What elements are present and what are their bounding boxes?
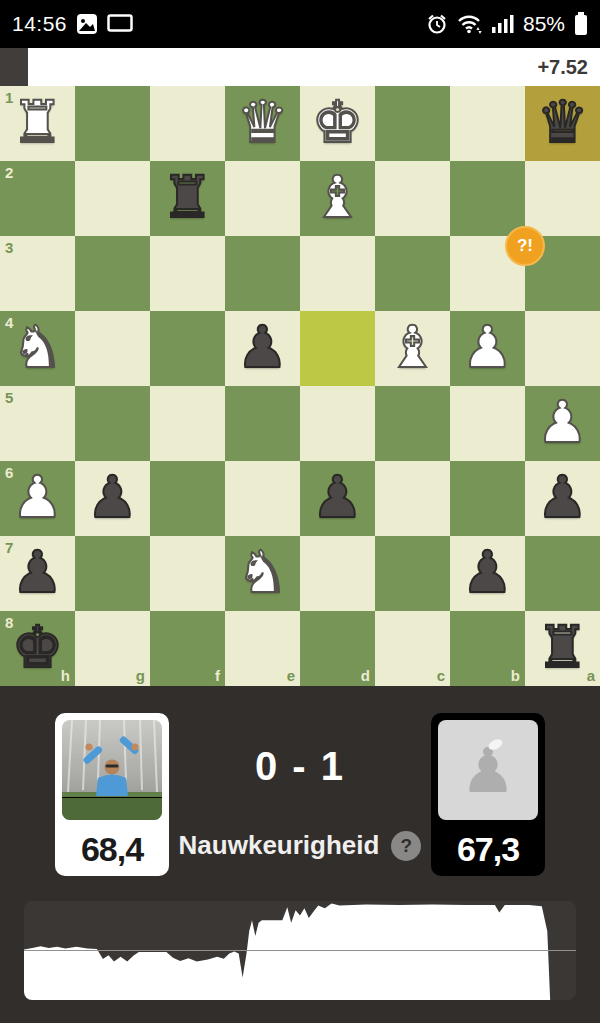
square-h3[interactable]: 3 bbox=[0, 236, 75, 311]
square-f5[interactable] bbox=[150, 386, 225, 461]
square-a7[interactable] bbox=[525, 536, 600, 611]
square-e4[interactable]: ♟ bbox=[225, 311, 300, 386]
evaluation-area-white bbox=[24, 904, 550, 1001]
piece-bR-f2[interactable]: ♜ bbox=[150, 161, 225, 236]
file-label-c: c bbox=[437, 667, 445, 684]
piece-wK-d1[interactable]: ♚ bbox=[300, 86, 375, 161]
piece-wP-h6[interactable]: ♟ bbox=[0, 461, 75, 536]
square-b1[interactable] bbox=[450, 86, 525, 161]
file-label-b: b bbox=[511, 667, 520, 684]
square-f2[interactable]: ♜ bbox=[150, 161, 225, 236]
piece-bP-g6[interactable]: ♟ bbox=[75, 461, 150, 536]
piece-wQ-e1[interactable]: ♛ bbox=[225, 86, 300, 161]
square-b8[interactable]: b bbox=[450, 611, 525, 686]
square-d4[interactable] bbox=[300, 311, 375, 386]
square-g5[interactable] bbox=[75, 386, 150, 461]
square-e7[interactable]: ♞ bbox=[225, 536, 300, 611]
black-player-card: ♟ 67,3 bbox=[431, 713, 545, 876]
piece-bR-a8[interactable]: ♜ bbox=[525, 611, 600, 686]
file-label-e: e bbox=[287, 667, 295, 684]
square-d3[interactable] bbox=[300, 236, 375, 311]
square-d6[interactable]: ♟ bbox=[300, 461, 375, 536]
black-accuracy-value: 67,3 bbox=[431, 825, 545, 873]
square-g8[interactable]: g bbox=[75, 611, 150, 686]
square-e5[interactable] bbox=[225, 386, 300, 461]
square-g3[interactable] bbox=[75, 236, 150, 311]
piece-bQ-a1[interactable]: ♛ bbox=[525, 86, 600, 161]
square-c4[interactable]: ♝ bbox=[375, 311, 450, 386]
square-c7[interactable] bbox=[375, 536, 450, 611]
gallery-notification-icon bbox=[76, 13, 98, 35]
move-classification-badge-inaccuracy: ?! bbox=[505, 226, 545, 266]
square-h6[interactable]: 6♟ bbox=[0, 461, 75, 536]
square-c8[interactable]: c bbox=[375, 611, 450, 686]
square-g6[interactable]: ♟ bbox=[75, 461, 150, 536]
square-d2[interactable]: ♝ bbox=[300, 161, 375, 236]
piece-bP-h7[interactable]: ♟ bbox=[0, 536, 75, 611]
game-review-panel: 68,4 0 - 1 Nauwkeurigheid ? ♟ 67,3 bbox=[0, 686, 600, 1023]
file-label-d: d bbox=[361, 667, 370, 684]
piece-bP-b7[interactable]: ♟ bbox=[450, 536, 525, 611]
rank-label-2: 2 bbox=[5, 164, 13, 181]
square-d5[interactable] bbox=[300, 386, 375, 461]
square-h1[interactable]: 1♜ bbox=[0, 86, 75, 161]
rank-label-5: 5 bbox=[5, 389, 13, 406]
accuracy-label: Nauwkeurigheid bbox=[179, 830, 380, 861]
black-player-avatar[interactable]: ♟ bbox=[438, 720, 538, 820]
square-a8[interactable]: a♜ bbox=[525, 611, 600, 686]
screen-cast-icon bbox=[107, 14, 133, 34]
chess-board-wrap: 1♜♛♚♛2♜♝34♞♟♝♟5♟6♟♟♟♟7♟♞♟8h♚gfedcba♜ ?! bbox=[0, 86, 600, 686]
square-h4[interactable]: 4♞ bbox=[0, 311, 75, 386]
piece-wN-h4[interactable]: ♞ bbox=[0, 311, 75, 386]
wifi-icon bbox=[457, 13, 483, 35]
square-b6[interactable] bbox=[450, 461, 525, 536]
accuracy-help-icon[interactable]: ? bbox=[391, 831, 421, 861]
square-e6[interactable] bbox=[225, 461, 300, 536]
square-d7[interactable] bbox=[300, 536, 375, 611]
piece-bK-h8[interactable]: ♚ bbox=[0, 611, 75, 686]
square-a6[interactable]: ♟ bbox=[525, 461, 600, 536]
square-e2[interactable] bbox=[225, 161, 300, 236]
piece-wN-e7[interactable]: ♞ bbox=[225, 536, 300, 611]
battery-percent: 85% bbox=[523, 12, 565, 36]
battery-icon bbox=[574, 12, 588, 36]
square-c5[interactable] bbox=[375, 386, 450, 461]
alarm-icon bbox=[426, 13, 448, 35]
square-g1[interactable] bbox=[75, 86, 150, 161]
square-a2[interactable] bbox=[525, 161, 600, 236]
evaluation-value: +7.52 bbox=[537, 48, 588, 86]
rank-label-3: 3 bbox=[5, 239, 13, 256]
square-e8[interactable]: e bbox=[225, 611, 300, 686]
evaluation-graph[interactable] bbox=[24, 901, 576, 1000]
square-e1[interactable]: ♛ bbox=[225, 86, 300, 161]
square-d8[interactable]: d bbox=[300, 611, 375, 686]
square-f6[interactable] bbox=[150, 461, 225, 536]
square-h7[interactable]: 7♟ bbox=[0, 536, 75, 611]
file-label-g: g bbox=[136, 667, 145, 684]
clock-time: 14:56 bbox=[12, 12, 67, 36]
square-b4[interactable]: ♟ bbox=[450, 311, 525, 386]
square-a4[interactable] bbox=[525, 311, 600, 386]
piece-bP-e4[interactable]: ♟ bbox=[225, 311, 300, 386]
square-e3[interactable] bbox=[225, 236, 300, 311]
piece-bP-d6[interactable]: ♟ bbox=[300, 461, 375, 536]
chess-board: 1♜♛♚♛2♜♝34♞♟♝♟5♟6♟♟♟♟7♟♞♟8h♚gfedcba♜ bbox=[0, 86, 600, 686]
square-d1[interactable]: ♚ bbox=[300, 86, 375, 161]
evaluation-bar: +7.52 bbox=[0, 48, 600, 86]
square-g7[interactable] bbox=[75, 536, 150, 611]
square-c1[interactable] bbox=[375, 86, 450, 161]
piece-wP-a5[interactable]: ♟ bbox=[525, 386, 600, 461]
piece-bP-a6[interactable]: ♟ bbox=[525, 461, 600, 536]
square-g2[interactable] bbox=[75, 161, 150, 236]
square-c3[interactable] bbox=[375, 236, 450, 311]
square-h5[interactable]: 5 bbox=[0, 386, 75, 461]
square-c6[interactable] bbox=[375, 461, 450, 536]
square-h8[interactable]: 8h♚ bbox=[0, 611, 75, 686]
square-f1[interactable] bbox=[150, 86, 225, 161]
piece-wB-c4[interactable]: ♝ bbox=[375, 311, 450, 386]
piece-wB-d2[interactable]: ♝ bbox=[300, 161, 375, 236]
square-f7[interactable] bbox=[150, 536, 225, 611]
square-g4[interactable] bbox=[75, 311, 150, 386]
square-c2[interactable] bbox=[375, 161, 450, 236]
file-label-f: f bbox=[215, 667, 220, 684]
square-b2[interactable] bbox=[450, 161, 525, 236]
evaluation-bar-black-share bbox=[0, 48, 28, 86]
status-bar: 14:56 85% bbox=[0, 0, 600, 48]
square-a1[interactable]: ♛ bbox=[525, 86, 600, 161]
square-a5[interactable]: ♟ bbox=[525, 386, 600, 461]
piece-wP-b4[interactable]: ♟ bbox=[450, 311, 525, 386]
default-pawn-avatar-icon: ♟ bbox=[438, 720, 538, 820]
signal-strength-icon bbox=[492, 14, 514, 34]
square-f3[interactable] bbox=[150, 236, 225, 311]
square-b7[interactable]: ♟ bbox=[450, 536, 525, 611]
square-h2[interactable]: 2 bbox=[0, 161, 75, 236]
piece-wR-h1[interactable]: ♜ bbox=[0, 86, 75, 161]
square-b5[interactable] bbox=[450, 386, 525, 461]
square-f8[interactable]: f bbox=[150, 611, 225, 686]
square-f4[interactable] bbox=[150, 311, 225, 386]
